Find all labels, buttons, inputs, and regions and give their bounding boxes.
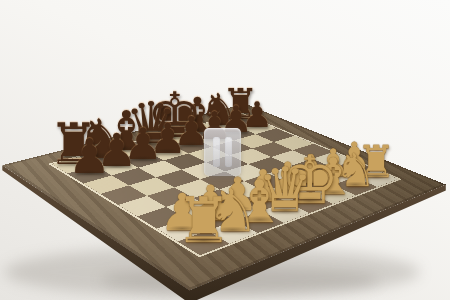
watermark-glyph [225, 137, 232, 167]
chess-photo-scene: ♜♞♝♛♚♝♞♜♟♟♟♟♟♟♟♟♟♟♟♟♟♟♟♟♜♞♝♛♚♝♞♜ [0, 0, 450, 300]
watermark-glyph [213, 137, 220, 167]
watermark [204, 128, 241, 176]
piece-white-rook-a1: ♜ [176, 189, 232, 252]
piece-black-pawn-a7: ♟ [68, 134, 111, 182]
